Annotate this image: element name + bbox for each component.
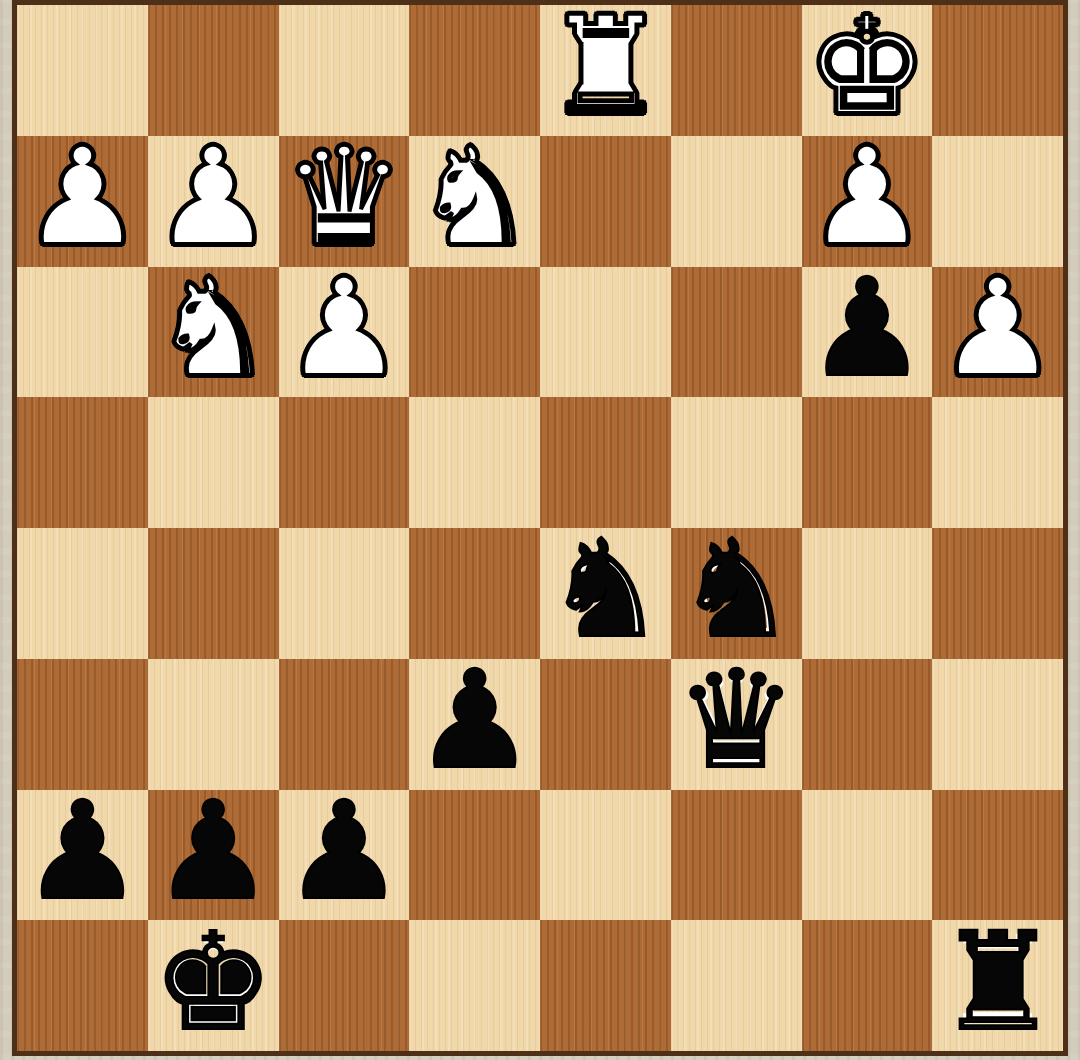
square-h5[interactable] <box>17 528 148 659</box>
white-knight-e2[interactable]: ♞♞ <box>409 136 540 267</box>
square-d8[interactable] <box>540 920 671 1051</box>
black-knight-d5[interactable]: ♞♞ <box>540 528 671 659</box>
square-d3[interactable] <box>540 267 671 398</box>
square-c5[interactable]: ♞♞ <box>671 528 802 659</box>
square-a8[interactable]: ♜♜ <box>932 920 1063 1051</box>
square-d6[interactable] <box>540 659 671 790</box>
square-c4[interactable] <box>671 397 802 528</box>
black-knight-c5[interactable]: ♞♞ <box>671 528 802 659</box>
black-pawn-e6[interactable]: ♟♟ <box>409 659 540 790</box>
square-e8[interactable] <box>409 920 540 1051</box>
square-e2[interactable]: ♞♞ <box>409 136 540 267</box>
black-pawn-b3[interactable]: ♟♟ <box>802 267 933 398</box>
black-pawn-f7[interactable]: ♟♟ <box>279 790 410 921</box>
square-b6[interactable] <box>802 659 933 790</box>
square-g7[interactable]: ♟♟ <box>148 790 279 921</box>
square-h7[interactable]: ♟♟ <box>17 790 148 921</box>
piece-glyph: ♚ <box>802 1 933 132</box>
square-d1[interactable]: ♜♜ <box>540 5 671 136</box>
square-f6[interactable] <box>279 659 410 790</box>
black-pawn-g7[interactable]: ♟♟ <box>148 790 279 921</box>
square-c2[interactable] <box>671 136 802 267</box>
square-h1[interactable] <box>17 5 148 136</box>
square-e4[interactable] <box>409 397 540 528</box>
piece-glyph: ♜ <box>932 916 1063 1047</box>
square-f4[interactable] <box>279 397 410 528</box>
white-pawn-b2[interactable]: ♟♟ <box>802 136 933 267</box>
white-pawn-g2[interactable]: ♟♟ <box>148 136 279 267</box>
piece-glyph: ♟ <box>802 132 933 263</box>
board-frame: ♜♜♚♚♟♟♟♟♛♛♞♞♟♟♞♞♟♟♟♟♟♟♞♞♞♞♟♟♛♛♟♟♟♟♟♟♚♚♜♜ <box>12 0 1068 1056</box>
square-a2[interactable] <box>932 136 1063 267</box>
white-pawn-f3[interactable]: ♟♟ <box>279 267 410 398</box>
page-background: { "game": "chess", "view": "from-black-p… <box>0 0 1080 1060</box>
square-f7[interactable]: ♟♟ <box>279 790 410 921</box>
square-f5[interactable] <box>279 528 410 659</box>
square-a4[interactable] <box>932 397 1063 528</box>
white-pawn-h2[interactable]: ♟♟ <box>17 136 148 267</box>
square-d4[interactable] <box>540 397 671 528</box>
square-g6[interactable] <box>148 659 279 790</box>
square-f8[interactable] <box>279 920 410 1051</box>
square-b8[interactable] <box>802 920 933 1051</box>
piece-glyph: ♟ <box>409 655 540 786</box>
piece-glyph: ♟ <box>17 132 148 263</box>
square-a5[interactable] <box>932 528 1063 659</box>
square-a6[interactable] <box>932 659 1063 790</box>
square-b5[interactable] <box>802 528 933 659</box>
square-d5[interactable]: ♞♞ <box>540 528 671 659</box>
square-c8[interactable] <box>671 920 802 1051</box>
white-king-b1[interactable]: ♚♚ <box>802 5 933 136</box>
piece-glyph: ♛ <box>671 655 802 786</box>
black-pawn-h7[interactable]: ♟♟ <box>17 790 148 921</box>
white-queen-f2[interactable]: ♛♛ <box>279 136 410 267</box>
square-e7[interactable] <box>409 790 540 921</box>
square-f3[interactable]: ♟♟ <box>279 267 410 398</box>
piece-glyph: ♞ <box>540 524 671 655</box>
piece-glyph: ♟ <box>279 786 410 917</box>
square-g8[interactable]: ♚♚ <box>148 920 279 1051</box>
square-a7[interactable] <box>932 790 1063 921</box>
square-a3[interactable]: ♟♟ <box>932 267 1063 398</box>
square-h3[interactable] <box>17 267 148 398</box>
square-f2[interactable]: ♛♛ <box>279 136 410 267</box>
piece-glyph: ♛ <box>279 132 410 263</box>
square-c6[interactable]: ♛♛ <box>671 659 802 790</box>
square-c7[interactable] <box>671 790 802 921</box>
black-queen-c6[interactable]: ♛♛ <box>671 659 802 790</box>
black-king-g8[interactable]: ♚♚ <box>148 920 279 1051</box>
piece-glyph: ♟ <box>148 132 279 263</box>
square-b4[interactable] <box>802 397 933 528</box>
piece-glyph: ♜ <box>540 1 671 132</box>
square-h2[interactable]: ♟♟ <box>17 136 148 267</box>
piece-glyph: ♞ <box>671 524 802 655</box>
square-a1[interactable] <box>932 5 1063 136</box>
square-c3[interactable] <box>671 267 802 398</box>
square-h8[interactable] <box>17 920 148 1051</box>
piece-glyph: ♟ <box>279 263 410 394</box>
square-g3[interactable]: ♞♞ <box>148 267 279 398</box>
white-rook-d1[interactable]: ♜♜ <box>540 5 671 136</box>
chess-board: ♜♜♚♚♟♟♟♟♛♛♞♞♟♟♞♞♟♟♟♟♟♟♞♞♞♞♟♟♛♛♟♟♟♟♟♟♚♚♜♜ <box>17 5 1063 1051</box>
piece-glyph: ♟ <box>932 263 1063 394</box>
black-rook-a8[interactable]: ♜♜ <box>932 920 1063 1051</box>
square-b7[interactable] <box>802 790 933 921</box>
square-c1[interactable] <box>671 5 802 136</box>
square-h6[interactable] <box>17 659 148 790</box>
square-e6[interactable]: ♟♟ <box>409 659 540 790</box>
square-h4[interactable] <box>17 397 148 528</box>
square-g5[interactable] <box>148 528 279 659</box>
square-e5[interactable] <box>409 528 540 659</box>
square-g2[interactable]: ♟♟ <box>148 136 279 267</box>
piece-glyph: ♞ <box>148 263 279 394</box>
piece-glyph: ♟ <box>148 786 279 917</box>
square-e3[interactable] <box>409 267 540 398</box>
square-b3[interactable]: ♟♟ <box>802 267 933 398</box>
piece-glyph: ♚ <box>148 916 279 1047</box>
piece-glyph: ♟ <box>17 786 148 917</box>
square-g1[interactable] <box>148 5 279 136</box>
square-f1[interactable] <box>279 5 410 136</box>
piece-glyph: ♟ <box>802 263 933 394</box>
white-pawn-a3[interactable]: ♟♟ <box>932 267 1063 398</box>
square-b1[interactable]: ♚♚ <box>802 5 933 136</box>
square-d7[interactable] <box>540 790 671 921</box>
square-b2[interactable]: ♟♟ <box>802 136 933 267</box>
square-g4[interactable] <box>148 397 279 528</box>
square-d2[interactable] <box>540 136 671 267</box>
piece-glyph: ♞ <box>409 132 540 263</box>
white-knight-g3[interactable]: ♞♞ <box>148 267 279 398</box>
square-e1[interactable] <box>409 5 540 136</box>
